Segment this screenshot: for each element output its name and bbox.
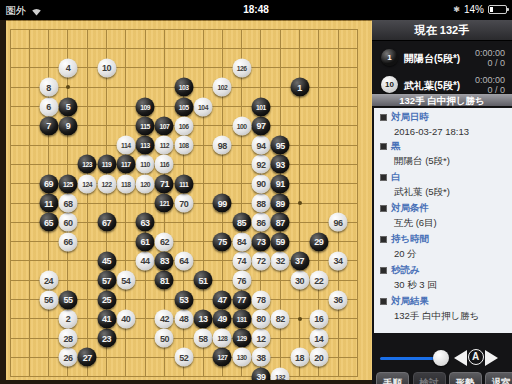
info-row: 対局日時2016-03-27 18:13 [380,111,512,137]
bullet-square-icon [380,205,387,212]
black-stone-129: 129 [232,329,251,348]
white-stone-74: 74 [232,251,251,270]
white-stone-108: 108 [174,136,193,155]
white-stone-126: 126 [232,58,251,77]
white-stone-62: 62 [155,232,174,251]
white-stone-70: 70 [174,194,193,213]
info-label: 白 [380,171,512,184]
white-stone-76: 76 [232,271,251,290]
black-stone-65: 65 [39,213,58,232]
white-stone-118: 118 [116,174,135,193]
white-stone-44: 44 [136,251,155,270]
white-stone-116: 116 [155,155,174,174]
white-stone-128: 128 [213,329,232,348]
player-name: 武礼葉(5段*) [404,79,460,93]
black-stone-123: 123 [78,155,97,174]
info-value: 30 秒 3 回 [394,279,512,292]
black-stone-59: 59 [271,232,290,251]
white-stone-106: 106 [174,116,193,135]
info-value: 20 分 [394,248,512,261]
white-stone-132: 132 [271,367,290,384]
black-stone-81: 81 [155,271,174,290]
white-stone-36: 36 [329,290,348,309]
white-stone-114: 114 [116,136,135,155]
black-stone-37: 37 [290,251,309,270]
info-value: 開陽台 (5段*) [394,155,512,168]
white-stone-98: 98 [213,136,232,155]
black-stone-75: 75 [213,232,232,251]
black-stone-57: 57 [97,271,116,290]
white-stone-64: 64 [174,251,193,270]
black-stone-7: 7 [39,116,58,135]
next-move-button[interactable] [485,350,498,366]
black-stone-77: 77 [232,290,251,309]
bullet-square-icon [380,267,387,274]
black-stone-5: 5 [58,97,77,116]
go-board[interactable]: 1245678910111213141618202223242526272829… [0,20,372,384]
black-stone-23: 23 [97,329,116,348]
white-stone-32: 32 [271,251,290,270]
black-stone-45: 45 [97,251,116,270]
black-stone-1: 1 [290,78,309,97]
info-row: 持ち時間20 分 [380,233,512,261]
black-stone-73: 73 [251,232,270,251]
status-bar: 圏外 18:48 ✱ 14% [0,0,512,20]
function-button-2: 検討 [413,372,446,384]
info-row: 対局結果132手 白中押し勝ち [380,295,512,323]
white-stone-20: 20 [309,348,328,367]
info-label: 秒読み [380,264,512,277]
status-clock: 18:48 [0,4,512,15]
grid-line-vertical [357,29,358,376]
white-stone-60: 60 [58,213,77,232]
black-stone-111: 111 [174,174,193,193]
previous-move-button[interactable] [454,350,467,366]
black-stone-39: 39 [251,367,270,384]
black-stone-9: 9 [58,116,77,135]
black-stone-11: 11 [39,194,58,213]
black-stone-115: 115 [136,116,155,135]
black-stone-13: 13 [194,309,213,328]
white-stone-72: 72 [251,251,270,270]
info-row: 黒開陽台 (5段*) [380,140,512,168]
black-stone-53: 53 [174,290,193,309]
bluetooth-icon: ✱ [453,5,460,14]
white-stone-110: 110 [136,155,155,174]
black-stone-117: 117 [116,155,135,174]
black-stone-101: 101 [251,97,270,116]
black-stone-131: 131 [232,309,251,328]
white-stone-96: 96 [329,213,348,232]
move-slider-knob[interactable] [433,350,449,366]
white-stone-38: 38 [251,348,270,367]
battery-percent: 14% [464,4,484,15]
black-stone-125: 125 [58,174,77,193]
bullet-square-icon [380,236,387,243]
black-stone-29: 29 [309,232,328,251]
white-stone-2: 2 [58,309,77,328]
player-clock: 0:00:000 / 0 [475,48,505,68]
black-stone-109: 109 [136,97,155,116]
white-stone-4: 4 [58,58,77,77]
white-stone-124: 124 [78,174,97,193]
player-clock: 0:00:000 / 0 [475,75,505,95]
function-button-4[interactable]: 退室 [485,372,512,384]
white-stone-86: 86 [251,213,270,232]
white-stone-10: 10 [97,58,116,77]
white-stone-30: 30 [290,271,309,290]
app-screen: 圏外 18:48 ✱ 14% 1245678910111213141618202… [0,0,512,384]
star-point [298,201,302,205]
black-stone-93: 93 [271,155,290,174]
black-stone-87: 87 [271,213,290,232]
function-button-3[interactable]: 形勢 [449,372,482,384]
white-stone-120: 120 [136,174,155,193]
white-stone-42: 42 [155,309,174,328]
white-stone-102: 102 [213,78,232,97]
black-stone-25: 25 [97,290,116,309]
black-stone-55: 55 [58,290,77,309]
status-right: ✱ 14% [453,4,507,15]
bullet-square-icon [380,298,387,305]
black-stone-99: 99 [213,194,232,213]
white-stone-90: 90 [251,174,270,193]
info-value: 武礼葉 (5段*) [394,186,512,199]
black-stone-51: 51 [194,271,213,290]
star-point [66,85,70,89]
black-stone-41: 41 [97,309,116,328]
white-stone-14: 14 [309,329,328,348]
info-label: 対局結果 [380,295,512,308]
black-stone-27: 27 [78,348,97,367]
player-name: 開陽台(5段*) [404,52,460,66]
info-label: 対局日時 [380,111,512,124]
white-stone-52: 52 [174,348,193,367]
white-stone-8: 8 [39,78,58,97]
battery-icon [488,5,507,14]
white-stone-84: 84 [232,232,251,251]
white-stone-22: 22 [309,271,328,290]
star-point [298,317,302,321]
white-stone-50: 50 [155,329,174,348]
black-stone-69: 69 [39,174,58,193]
white-stone-104: 104 [194,97,213,116]
bullet-square-icon [380,174,387,181]
white-stone-12: 12 [251,329,270,348]
white-stone-82: 82 [271,309,290,328]
white-stone-18: 18 [290,348,309,367]
black-stone-95: 95 [271,136,290,155]
white-stone-6: 6 [39,97,58,116]
white-stone-80: 80 [251,309,270,328]
white-stone-78: 78 [251,290,270,309]
result-banner: 132手 白中押し勝ち [372,93,512,107]
black-stone-67: 67 [97,213,116,232]
black-stone-127: 127 [213,348,232,367]
black-stone-63: 63 [136,213,155,232]
info-row: 白武礼葉 (5段*) [380,171,512,199]
info-value: 132手 白中押し勝ち [394,310,512,323]
white-stone-122: 122 [97,174,116,193]
black-stone-121: 121 [155,194,174,213]
white-stone-48: 48 [174,309,193,328]
white-stone-100: 100 [232,116,251,135]
white-stone-40: 40 [116,309,135,328]
white-stone-26: 26 [58,348,77,367]
black-stone-113: 113 [136,136,155,155]
white-stone-24: 24 [39,271,58,290]
game-info-panel: 対局日時2016-03-27 18:13黒開陽台 (5段*)白武礼葉 (5段*)… [374,108,512,333]
info-row: 秒読み30 秒 3 回 [380,264,512,292]
white-stone-56: 56 [39,290,58,309]
black-stone-49: 49 [213,309,232,328]
bullet-square-icon [380,114,387,121]
white-stone-130: 130 [232,348,251,367]
info-row: 対局条件互先 (6目) [380,202,512,230]
white-stone-28: 28 [58,329,77,348]
black-stone-97: 97 [251,116,270,135]
black-stone-105: 105 [174,97,193,116]
black-stone-119: 119 [97,155,116,174]
info-value: 2016-03-27 18:13 [394,126,512,137]
black-stone-107: 107 [155,116,174,135]
black-stone-61: 61 [136,232,155,251]
white-stone-58: 58 [194,329,213,348]
white-stone-112: 112 [155,136,174,155]
current-move-header: 現在 132手 [372,20,512,41]
white-stone-16: 16 [309,309,328,328]
white-stone-94: 94 [251,136,270,155]
player-row: 1開陽台(5段*)0:00:000 / 0 [372,44,512,72]
bullet-square-icon [380,143,387,150]
grid-line-horizontal [10,376,357,377]
black-stone-89: 89 [271,194,290,213]
white-stone-54: 54 [116,271,135,290]
black-stone-103: 103 [174,78,193,97]
black-stone-91: 91 [271,174,290,193]
info-label: 黒 [380,140,512,153]
function-button-1[interactable]: 手順 [376,372,409,384]
white-stone-92: 92 [251,155,270,174]
black-stone-85: 85 [232,213,251,232]
white-stone-66: 66 [58,232,77,251]
black-stone-47: 47 [213,290,232,309]
info-label: 対局条件 [380,202,512,215]
game-info-sidebar: 現在 132手 1開陽台(5段*)0:00:000 / 010武礼葉(5段*)0… [372,20,512,384]
playback-controls: A 手順検討形勢退室 [372,333,512,384]
black-stone-icon: 1 [381,49,398,66]
white-stone-icon: 10 [381,76,398,93]
white-stone-68: 68 [58,194,77,213]
info-label: 持ち時間 [380,233,512,246]
grid-line-vertical [338,29,339,376]
white-stone-34: 34 [329,251,348,270]
info-value: 互先 (6目) [394,217,512,230]
black-stone-83: 83 [155,251,174,270]
black-stone-71: 71 [155,174,174,193]
auto-play-button[interactable]: A [468,349,484,365]
white-stone-88: 88 [251,194,270,213]
